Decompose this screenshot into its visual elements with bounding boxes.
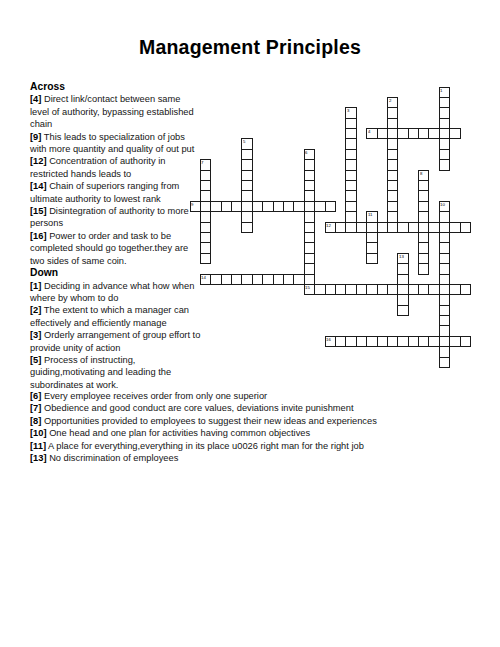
- clue-line: [10] One head and one plan for activitie…: [30, 427, 377, 439]
- grid-cell[interactable]: [397, 305, 408, 316]
- clue-line: provide unity of action: [30, 342, 200, 354]
- clue-line: [16] Power to order and task to be: [30, 230, 200, 242]
- grid-cell[interactable]: [439, 159, 450, 170]
- clue-block-bottom: [6] Every employee receives order from o…: [30, 390, 377, 464]
- clue-number-label: [9]: [30, 132, 41, 142]
- cell-clue-number: 11: [368, 212, 372, 216]
- cell-clue-number: 7: [201, 160, 203, 164]
- grid-cell[interactable]: [325, 201, 336, 212]
- cell-clue-number: 1: [440, 88, 442, 92]
- clue-number-label: [2]: [30, 305, 41, 315]
- cell-clue-number: 6: [305, 150, 307, 154]
- cell-clue-number: 12: [326, 223, 331, 227]
- clue-line: effectively and efficiently manage: [30, 317, 200, 329]
- clue-line: [1] Deciding in advance what how when: [30, 280, 200, 292]
- grid-cell[interactable]: [460, 336, 471, 347]
- grid-cell[interactable]: [200, 253, 211, 264]
- clue-number-label: [12]: [30, 156, 47, 166]
- grid-cell[interactable]: [449, 128, 460, 139]
- clue-line: [5] Process of instructing,: [30, 354, 200, 366]
- across-clue-list: [4] Direct link/contact between sameleve…: [30, 93, 200, 267]
- clue-number-label: [15]: [30, 206, 47, 216]
- cell-clue-number: 5: [243, 139, 245, 143]
- down-header: Down: [30, 267, 200, 279]
- clue-line: where by whom to do: [30, 292, 200, 304]
- clue-number-label: [11]: [30, 441, 46, 451]
- worksheet-page: Management Principles Across [4] Direct …: [0, 0, 500, 647]
- grid-cell[interactable]: [366, 253, 377, 264]
- clue-number-label: [5]: [30, 355, 41, 365]
- clue-line: [11] A place for everything,everything i…: [30, 440, 377, 452]
- clue-line: [12] Concentration of authority in: [30, 155, 200, 167]
- cell-clue-number: 14: [201, 275, 206, 279]
- grid-cell[interactable]: [241, 222, 252, 233]
- clue-line: chain: [30, 118, 200, 130]
- clue-line: [4] Direct link/contact between same: [30, 93, 200, 105]
- clue-number-label: [7]: [30, 403, 41, 413]
- cell-clue-number: 3: [347, 108, 349, 112]
- down-clue-list-bottom: [6] Every employee receives order from o…: [30, 390, 377, 464]
- clue-number-label: [3]: [30, 330, 41, 340]
- grid-cell[interactable]: [418, 263, 429, 274]
- clue-line: [14] Chain of superiors ranging from: [30, 180, 200, 192]
- clue-line: restricted hands leads to: [30, 168, 200, 180]
- cell-clue-number: 2: [389, 98, 391, 102]
- clue-line: [13] No discrimination of employees: [30, 452, 377, 464]
- clue-line: [2] The extent to which a manager can: [30, 304, 200, 316]
- cell-clue-number: 13: [399, 254, 404, 258]
- clue-number-label: [8]: [30, 416, 41, 426]
- clue-line: two sides of same coin.: [30, 255, 200, 267]
- grid-cell[interactable]: [460, 222, 471, 233]
- cell-clue-number: 16: [326, 337, 331, 341]
- clue-number-label: [4]: [30, 94, 41, 104]
- clue-number-label: [13]: [30, 453, 47, 463]
- clue-line: [6] Every employee receives order from o…: [30, 390, 377, 402]
- clue-line: [3] Orderly arrangement of group effort …: [30, 329, 200, 341]
- clue-line: [8] Opportunities provided to employees …: [30, 415, 377, 427]
- cell-clue-number: 4: [368, 129, 370, 133]
- clue-line: [15] Disintegration of authority to more: [30, 205, 200, 217]
- puzzle-title: Management Principles: [0, 36, 500, 59]
- cell-clue-number: 15: [305, 285, 310, 289]
- clue-number-label: [1]: [30, 281, 41, 291]
- across-header: Across: [30, 81, 200, 93]
- clue-number-label: [10]: [30, 428, 47, 438]
- clue-line: persons: [30, 217, 200, 229]
- clue-line: [9] This leads to specialization of jobs: [30, 131, 200, 143]
- crossword-grid: 12345678910111213141516: [190, 87, 471, 368]
- clue-line: level of authority, bypassing establishe…: [30, 106, 200, 118]
- clue-line: completed should go together.they are: [30, 242, 200, 254]
- cell-clue-number: 10: [440, 202, 445, 206]
- clue-line: guiding,motivating and leading the: [30, 366, 200, 378]
- cell-clue-number: 9: [191, 202, 193, 206]
- down-clue-list-left: [1] Deciding in advance what how whenwhe…: [30, 280, 200, 392]
- cell-clue-number: 8: [420, 171, 422, 175]
- clue-number-label: [6]: [30, 391, 41, 401]
- clue-number-label: [14]: [30, 181, 47, 191]
- clue-line: [7] Obedience and good conduct are core …: [30, 402, 377, 414]
- grid-cell[interactable]: [460, 284, 471, 295]
- clue-column-left: Across [4] Direct link/contact between s…: [30, 81, 200, 391]
- grid-cell[interactable]: [439, 357, 450, 368]
- clue-line: with more quantity and quality of out pu…: [30, 143, 200, 155]
- clue-number-label: [16]: [30, 231, 47, 241]
- clue-line: ultimate authority to lowest rank: [30, 193, 200, 205]
